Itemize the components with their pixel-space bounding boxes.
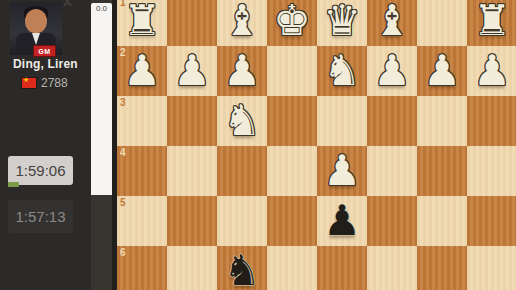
square-a3[interactable] xyxy=(467,96,516,146)
piece-wB-c1[interactable]: ♝ xyxy=(367,0,417,46)
rank-label-4: 4 xyxy=(120,147,126,158)
square-h6[interactable]: 6 xyxy=(117,246,167,290)
square-f2[interactable]: ♟ xyxy=(217,46,267,96)
rating-row: ★ 2788 xyxy=(22,76,68,90)
piece-wQ-d1[interactable]: ♛ xyxy=(317,0,367,46)
square-b1[interactable] xyxy=(417,0,467,46)
square-a4[interactable] xyxy=(467,146,516,196)
square-f3[interactable]: ♞ xyxy=(217,96,267,146)
piece-wB-f1[interactable]: ♝ xyxy=(217,0,267,46)
square-c6[interactable] xyxy=(367,246,417,290)
piece-wP-d4[interactable]: ♟ xyxy=(317,146,367,196)
clock-bottom-time: 1:57:13 xyxy=(15,208,65,225)
avatar-head xyxy=(25,9,47,33)
square-h1[interactable]: 1♜ xyxy=(117,0,167,46)
rank-label-2: 2 xyxy=(120,47,126,58)
evaluation-bar-white-half: 0.0 xyxy=(91,3,112,195)
square-d3[interactable] xyxy=(317,96,367,146)
square-c2[interactable]: ♟ xyxy=(367,46,417,96)
square-f6[interactable]: ♞ xyxy=(217,246,267,290)
square-d4[interactable]: ♟ xyxy=(317,146,367,196)
piece-wP-a2[interactable]: ♟ xyxy=(467,46,516,96)
square-e6[interactable] xyxy=(267,246,317,290)
square-g4[interactable] xyxy=(167,146,217,196)
square-f5[interactable] xyxy=(217,196,267,246)
square-g1[interactable] xyxy=(167,0,217,46)
square-d2[interactable]: ♞ xyxy=(317,46,367,96)
rank-label-6: 6 xyxy=(120,247,126,258)
square-a1[interactable]: ♜ xyxy=(467,0,516,46)
active-clock-indicator xyxy=(8,182,19,187)
square-f1[interactable]: ♝ xyxy=(217,0,267,46)
square-b2[interactable]: ♟ xyxy=(417,46,467,96)
rank-label-3: 3 xyxy=(120,97,126,108)
piece-wN-d2[interactable]: ♞ xyxy=(317,46,367,96)
square-g2[interactable]: ♟ xyxy=(167,46,217,96)
square-e1[interactable]: ♚ xyxy=(267,0,317,46)
square-g6[interactable] xyxy=(167,246,217,290)
square-b4[interactable] xyxy=(417,146,467,196)
china-flag-icon: ★ xyxy=(22,78,36,88)
evaluation-bar: 0.0 xyxy=(91,0,112,290)
square-c1[interactable]: ♝ xyxy=(367,0,417,46)
square-h4[interactable]: 4 xyxy=(117,146,167,196)
flag-star-icon: ★ xyxy=(23,75,29,85)
piece-wP-f2[interactable]: ♟ xyxy=(217,46,267,96)
square-a5[interactable] xyxy=(467,196,516,246)
square-h3[interactable]: 3 xyxy=(117,96,167,146)
piece-bN-f6[interactable]: ♞ xyxy=(217,246,267,290)
rank-label-1: 1 xyxy=(120,0,126,8)
square-b5[interactable] xyxy=(417,196,467,246)
square-f4[interactable] xyxy=(217,146,267,196)
piece-bP-d5[interactable]: ♟ xyxy=(317,196,367,246)
piece-wP-c2[interactable]: ♟ xyxy=(367,46,417,96)
square-g3[interactable] xyxy=(167,96,217,146)
player-rating: 2788 xyxy=(41,76,68,90)
clock-top-active: 1:59:06 xyxy=(8,156,73,185)
gm-title-badge: GM xyxy=(33,45,56,57)
clock-bottom: 1:57:13 xyxy=(8,200,73,233)
piece-wP-b2[interactable]: ♟ xyxy=(417,46,467,96)
evaluation-value: 0.0 xyxy=(96,4,107,13)
piece-wP-g2[interactable]: ♟ xyxy=(167,46,217,96)
square-g5[interactable] xyxy=(167,196,217,246)
square-d5[interactable]: ♟ xyxy=(317,196,367,246)
piece-wK-e1[interactable]: ♚ xyxy=(267,0,317,46)
piece-wN-f3[interactable]: ♞ xyxy=(217,96,267,146)
square-b3[interactable] xyxy=(417,96,467,146)
square-h5[interactable]: 5 xyxy=(117,196,167,246)
sidebar: GM Ding, Liren ★ 2788 ⚔ 1:59:06 1:57:13 xyxy=(0,0,91,290)
square-h2[interactable]: 2♟ xyxy=(117,46,167,96)
square-e3[interactable] xyxy=(267,96,317,146)
rank-label-5: 5 xyxy=(120,197,126,208)
square-c4[interactable] xyxy=(367,146,417,196)
clock-top-time: 1:59:06 xyxy=(15,162,65,179)
crossed-swords-icon: ⚔ xyxy=(62,0,73,9)
square-c3[interactable] xyxy=(367,96,417,146)
square-c5[interactable] xyxy=(367,196,417,246)
square-a6[interactable] xyxy=(467,246,516,290)
square-a2[interactable]: ♟ xyxy=(467,46,516,96)
square-d1[interactable]: ♛ xyxy=(317,0,367,46)
square-d6[interactable] xyxy=(317,246,367,290)
piece-wR-a1[interactable]: ♜ xyxy=(467,0,516,46)
player-name: Ding, Liren xyxy=(13,57,78,71)
square-e5[interactable] xyxy=(267,196,317,246)
square-e2[interactable] xyxy=(267,46,317,96)
square-e4[interactable] xyxy=(267,146,317,196)
chess-board: 1♜♝♚♛♝♜2♟♟♟♞♟♟♟3♞4♟5♟6♞ xyxy=(117,0,516,290)
square-b6[interactable] xyxy=(417,246,467,290)
